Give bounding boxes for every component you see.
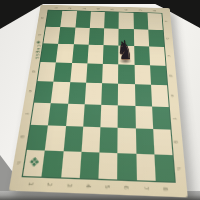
coordinate-label: c: [159, 52, 181, 61]
square: [118, 128, 136, 153]
coordinate-label: 6: [120, 177, 134, 198]
coordinate-label: h: [6, 156, 33, 169]
coordinate-label: h: [166, 162, 193, 175]
square: [66, 103, 85, 126]
coordinate-label: 2: [66, 3, 74, 14]
coordinate-label: g: [164, 136, 190, 148]
square: [99, 127, 117, 152]
square: [88, 28, 104, 46]
coordinate-label: 1: [23, 173, 40, 194]
square: [58, 27, 75, 45]
coordinate-label: a: [32, 14, 53, 22]
coordinate-label: e: [161, 91, 185, 101]
square: [86, 63, 103, 83]
square: [54, 62, 72, 82]
coordinate-label: d: [23, 66, 46, 75]
square: [70, 63, 87, 83]
square: [134, 46, 150, 65]
square: [83, 104, 101, 127]
square: [102, 63, 118, 83]
square: [118, 84, 135, 106]
coordinate-label: 8: [150, 5, 158, 16]
square: [100, 104, 118, 127]
coordinate-label: a: [156, 18, 177, 26]
coordinate-label: e: [19, 86, 43, 96]
coordinate-label: 7: [136, 5, 143, 16]
square: [135, 105, 153, 129]
square: [101, 83, 118, 105]
square: [51, 82, 70, 104]
coordinate-label: b: [29, 31, 51, 39]
black-knight: ♞: [117, 35, 133, 63]
coordinate-label: 2: [42, 174, 58, 195]
square: [118, 64, 134, 84]
coordinate-label: 8: [158, 178, 174, 199]
square: [133, 29, 148, 47]
coordinate-label: d: [160, 71, 183, 81]
square: [135, 84, 152, 106]
bottom-labels: 12345678: [21, 176, 176, 197]
square: [134, 64, 151, 84]
coordinate-label: 5: [100, 176, 115, 197]
coordinate-label: 3: [61, 175, 77, 196]
coordinate-label: g: [10, 131, 36, 143]
coordinate-label: 3: [80, 3, 88, 14]
coordinate-label: 4: [81, 176, 96, 197]
square: [118, 105, 136, 128]
coordinate-label: 4: [94, 3, 101, 14]
vinyl-chessboard: 12345678 12345678 abcdefgh abcdefgh ◉CHE…: [9, 5, 188, 198]
coordinate-label: 5: [108, 4, 115, 15]
square: [81, 127, 100, 152]
coordinate-label: f: [15, 108, 40, 119]
square: [135, 128, 154, 153]
coordinate-label: f: [163, 113, 188, 124]
chessboard-photo: 12345678 12345678 abcdefgh abcdefgh ◉CHE…: [0, 0, 200, 200]
coordinate-label: 1: [52, 2, 60, 13]
square: [72, 44, 89, 63]
square: [73, 27, 89, 45]
coordinate-label: 6: [123, 4, 130, 15]
square: [56, 44, 73, 63]
coordinate-label: 7: [139, 178, 154, 199]
square: [63, 126, 83, 151]
square: [87, 45, 103, 64]
square: [68, 82, 86, 104]
square: [84, 83, 102, 105]
coordinate-label: b: [157, 34, 178, 42]
